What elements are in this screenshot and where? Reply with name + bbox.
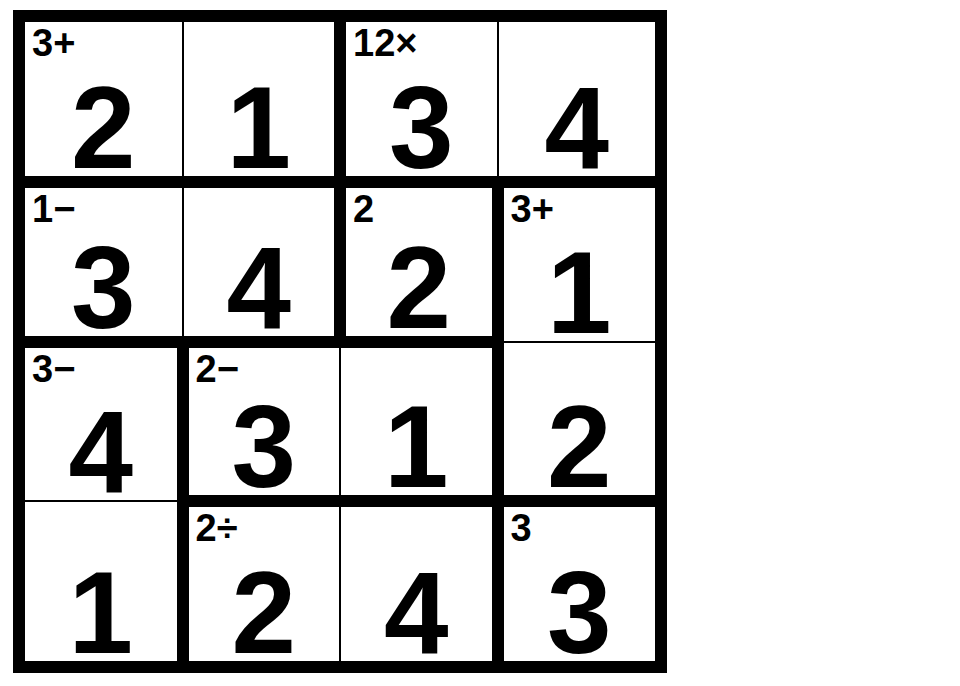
- cell-value: 4: [184, 230, 335, 346]
- cell-r1c3[interactable]: 12×3: [340, 22, 498, 182]
- cage-clue: 3−: [32, 349, 75, 391]
- kenken-board-grid: 3+2112×341−34223+13−42−31212÷2433: [25, 22, 655, 661]
- cell-value: 1: [504, 235, 656, 351]
- cell-r3c3[interactable]: 1: [340, 342, 498, 502]
- cell-r1c2[interactable]: 1: [183, 22, 341, 182]
- cell-value: 2: [25, 70, 182, 186]
- cage-clue: 3+: [511, 189, 554, 231]
- cell-value: 3: [189, 389, 340, 505]
- cell-r1c1[interactable]: 3+2: [25, 22, 183, 182]
- cell-r4c3[interactable]: 4: [340, 501, 498, 661]
- cage-clue: 12×: [353, 23, 417, 65]
- cell-r3c4[interactable]: 2: [498, 342, 656, 502]
- cell-value: 4: [499, 70, 656, 186]
- cell-r2c4[interactable]: 3+1: [498, 182, 656, 342]
- cell-r3c2[interactable]: 2−3: [183, 342, 341, 502]
- cage-clue: 3+: [32, 23, 75, 65]
- cell-value: 1: [341, 389, 492, 505]
- page: 3+2112×341−34223+13−42−31212÷2433: [0, 0, 960, 686]
- cell-value: 1: [184, 70, 335, 186]
- cage-clue: 2: [353, 189, 374, 231]
- kenken-board: 3+2112×341−34223+13−42−31212÷2433: [13, 10, 667, 673]
- cell-r2c3[interactable]: 22: [340, 182, 498, 342]
- cell-value: 3: [504, 555, 656, 671]
- cell-value: 2: [189, 555, 340, 671]
- cell-value: 3: [25, 230, 182, 346]
- cell-value: 4: [25, 394, 177, 510]
- cell-r2c1[interactable]: 1−3: [25, 182, 183, 342]
- cage-clue: 3: [511, 508, 532, 550]
- cell-r4c2[interactable]: 2÷2: [183, 501, 341, 661]
- cell-r3c1[interactable]: 3−4: [25, 342, 183, 502]
- cage-clue: 2÷: [196, 508, 238, 550]
- cell-value: 2: [346, 230, 492, 346]
- cell-r1c4[interactable]: 4: [498, 22, 656, 182]
- cell-value: 2: [504, 389, 656, 505]
- cell-r4c4[interactable]: 33: [498, 501, 656, 661]
- cell-value: 1: [25, 555, 177, 671]
- cell-r4c1[interactable]: 1: [25, 501, 183, 661]
- cell-r2c2[interactable]: 4: [183, 182, 341, 342]
- cell-value: 4: [341, 555, 492, 671]
- cage-clue: 1−: [32, 189, 75, 231]
- cell-value: 3: [346, 70, 497, 186]
